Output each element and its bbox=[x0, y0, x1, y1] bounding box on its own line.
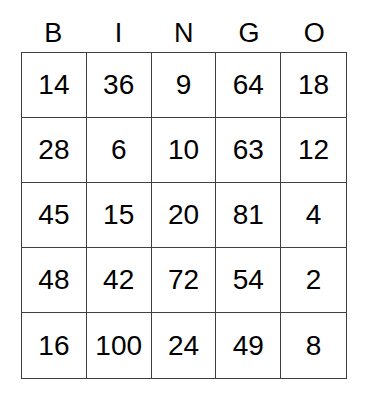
bingo-cell-r3c1[interactable]: 45 bbox=[22, 183, 87, 248]
bingo-cell-r5c3[interactable]: 24 bbox=[152, 313, 217, 378]
bingo-cell-r1c3[interactable]: 9 bbox=[152, 53, 217, 118]
bingo-cell-r3c5[interactable]: 4 bbox=[281, 183, 346, 248]
bingo-cell-r4c2[interactable]: 42 bbox=[87, 248, 152, 313]
bingo-cell-r4c3[interactable]: 72 bbox=[152, 248, 217, 313]
bingo-cell-r3c2[interactable]: 15 bbox=[87, 183, 152, 248]
bingo-cell-r5c5[interactable]: 8 bbox=[281, 313, 346, 378]
bingo-cell-r3c3[interactable]: 20 bbox=[152, 183, 217, 248]
bingo-cell-r1c1[interactable]: 14 bbox=[22, 53, 87, 118]
bingo-cell-r5c4[interactable]: 49 bbox=[216, 313, 281, 378]
bingo-cell-r2c2[interactable]: 6 bbox=[87, 118, 152, 183]
bingo-cell-r2c3[interactable]: 10 bbox=[152, 118, 217, 183]
bingo-cell-r1c4[interactable]: 64 bbox=[216, 53, 281, 118]
header-letter-i: I bbox=[86, 20, 151, 52]
bingo-cell-r2c4[interactable]: 63 bbox=[216, 118, 281, 183]
bingo-cell-r4c5[interactable]: 2 bbox=[281, 248, 346, 313]
bingo-cell-r5c1[interactable]: 16 bbox=[22, 313, 87, 378]
bingo-cell-r4c4[interactable]: 54 bbox=[216, 248, 281, 313]
header-letter-n: N bbox=[151, 20, 216, 52]
bingo-cell-r3c4[interactable]: 81 bbox=[216, 183, 281, 248]
bingo-grid: 14 36 9 64 18 28 6 10 63 12 45 15 20 81 … bbox=[21, 52, 347, 379]
header-letter-b: B bbox=[21, 20, 86, 52]
bingo-cell-r5c2[interactable]: 100 bbox=[87, 313, 152, 378]
header-letter-o: O bbox=[282, 20, 347, 52]
bingo-cell-r4c1[interactable]: 48 bbox=[22, 248, 87, 313]
bingo-card: B I N G O 14 36 9 64 18 28 6 10 63 12 45… bbox=[21, 0, 347, 379]
header-letter-g: G bbox=[217, 20, 282, 52]
bingo-cell-r2c5[interactable]: 12 bbox=[281, 118, 346, 183]
bingo-cell-r1c2[interactable]: 36 bbox=[87, 53, 152, 118]
bingo-cell-r2c1[interactable]: 28 bbox=[22, 118, 87, 183]
bingo-cell-r1c5[interactable]: 18 bbox=[281, 53, 346, 118]
bingo-header: B I N G O bbox=[21, 0, 347, 52]
